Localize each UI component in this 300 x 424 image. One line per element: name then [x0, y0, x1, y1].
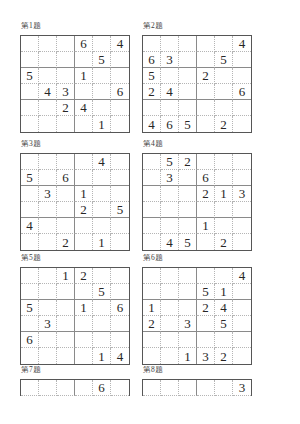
puzzle-5-cell-r6c6: 4 [111, 348, 129, 364]
puzzle-6-cell-r4c3: 3 [179, 316, 197, 332]
puzzle-7-cell-r1c6[interactable] [111, 380, 129, 396]
puzzle-6-cell-r6c6[interactable] [233, 348, 251, 364]
puzzle-6-cell-r2c5: 1 [215, 284, 233, 300]
puzzle-6-cell-r1c5[interactable] [215, 268, 233, 284]
puzzle-3: 第3题 4563125421 [20, 140, 130, 251]
puzzle-1-cell-r2c2[interactable] [39, 52, 57, 68]
puzzle-2-cell-r4c6: 6 [233, 84, 251, 100]
puzzle-4-cell-r2c5[interactable] [215, 170, 233, 186]
puzzle-2-cell-r5c6[interactable] [233, 100, 251, 116]
puzzle-2-cell-r3c5[interactable] [215, 68, 233, 84]
puzzle-5-cell-r2c3[interactable] [57, 284, 75, 300]
puzzle-4-cell-r6c1[interactable] [143, 234, 161, 250]
puzzle-3-cell-r4c4: 2 [75, 202, 93, 218]
puzzle-3-cell-r1c4[interactable] [75, 154, 93, 170]
puzzle-1-cell-r3c5[interactable] [93, 68, 111, 84]
puzzle-5-cell-r2c1[interactable] [21, 284, 39, 300]
puzzle-6-cell-r3c2[interactable] [161, 300, 179, 316]
puzzle-3-cell-r5c2[interactable] [39, 218, 57, 234]
puzzle-2-cell-r5c3[interactable] [179, 100, 197, 116]
puzzle-1-cell-r6c6[interactable] [111, 116, 129, 132]
puzzle-6-cell-r5c3[interactable] [179, 332, 197, 348]
puzzle-2-cell-r1c5[interactable] [215, 36, 233, 52]
puzzle-8-cell-r1c5[interactable] [215, 380, 233, 396]
puzzle-1-cell-r5c4: 4 [75, 100, 93, 116]
puzzle-3-cell-r3c3[interactable] [57, 186, 75, 202]
puzzle-3-cell-r6c3: 2 [57, 234, 75, 250]
puzzle-6-cell-r6c1[interactable] [143, 348, 161, 364]
puzzle-3-cell-r4c6: 5 [111, 202, 129, 218]
puzzle-1-cell-r4c2: 4 [39, 84, 57, 100]
puzzle-4-cell-r6c6[interactable] [233, 234, 251, 250]
puzzle-3-cell-r5c3[interactable] [57, 218, 75, 234]
puzzle-3-cell-r6c4[interactable] [75, 234, 93, 250]
puzzle-5-cell-r4c4[interactable] [75, 316, 93, 332]
puzzle-4-cell-r4c1[interactable] [143, 202, 161, 218]
puzzle-5: 第5题 1255163614 [20, 254, 130, 365]
puzzle-3-cell-r2c2[interactable] [39, 170, 57, 186]
puzzle-5-cell-r2c4[interactable] [75, 284, 93, 300]
puzzle-2-cell-r3c6[interactable] [233, 68, 251, 84]
puzzle-5-cell-r6c2[interactable] [39, 348, 57, 364]
puzzle-5-cell-r6c3[interactable] [57, 348, 75, 364]
puzzle-1-cell-r5c6[interactable] [111, 100, 129, 116]
puzzle-2-cell-r4c5[interactable] [215, 84, 233, 100]
puzzle-1-cell-r4c4[interactable] [75, 84, 93, 100]
puzzle-2-cell-r1c4[interactable] [197, 36, 215, 52]
puzzle-2-cell-r3c4: 2 [197, 68, 215, 84]
puzzle-1-cell-r2c6[interactable] [111, 52, 129, 68]
puzzle-3-cell-r6c1[interactable] [21, 234, 39, 250]
puzzle-2-cell-r4c1: 2 [143, 84, 161, 100]
puzzle-8-cell-r1c6: 3 [233, 380, 251, 396]
puzzle-2-cell-r4c3[interactable] [179, 84, 197, 100]
puzzle-1-cell-r3c4: 1 [75, 68, 93, 84]
puzzle-5-cell-r1c3: 1 [57, 268, 75, 284]
puzzle-5-cell-r1c1[interactable] [21, 268, 39, 284]
puzzle-6-grid: 451124235132 [142, 267, 252, 365]
puzzle-6-cell-r6c5: 2 [215, 348, 233, 364]
puzzle-4-cell-r1c6[interactable] [233, 154, 251, 170]
puzzle-5-cell-r5c2[interactable] [39, 332, 57, 348]
puzzle-1-cell-r1c5[interactable] [93, 36, 111, 52]
puzzle-3-cell-r4c1[interactable] [21, 202, 39, 218]
puzzle-6-cell-r4c2[interactable] [161, 316, 179, 332]
puzzle-2-cell-r2c3[interactable] [179, 52, 197, 68]
puzzle-4-cell-r1c1[interactable] [143, 154, 161, 170]
puzzle-2-cell-r5c1[interactable] [143, 100, 161, 116]
puzzle-3-cell-r4c3[interactable] [57, 202, 75, 218]
puzzle-8-title: 第8题 [143, 366, 252, 374]
puzzle-3-cell-r5c6[interactable] [111, 218, 129, 234]
puzzle-2-cell-r1c2[interactable] [161, 36, 179, 52]
puzzle-3-cell-r4c2[interactable] [39, 202, 57, 218]
puzzle-4-cell-r3c1[interactable] [143, 186, 161, 202]
puzzle-5-cell-r5c6[interactable] [111, 332, 129, 348]
puzzle-6-cell-r6c3: 1 [179, 348, 197, 364]
puzzle-3-grid: 4563125421 [20, 153, 130, 251]
puzzle-5-cell-r1c5[interactable] [93, 268, 111, 284]
puzzle-5-cell-r5c4[interactable] [75, 332, 93, 348]
puzzle-1-cell-r2c4[interactable] [75, 52, 93, 68]
puzzle-3-cell-r3c4: 1 [75, 186, 93, 202]
puzzle-3-cell-r2c5[interactable] [93, 170, 111, 186]
worksheet-page: 第1题 64551436241 第2题 4635522464652 第3题 45… [0, 0, 300, 424]
puzzle-2-cell-r6c1: 4 [143, 116, 161, 132]
puzzle-4-cell-r6c2: 4 [161, 234, 179, 250]
puzzle-4-cell-r2c2: 3 [161, 170, 179, 186]
puzzle-4-cell-r3c3[interactable] [179, 186, 197, 202]
puzzle-4-cell-r1c2: 5 [161, 154, 179, 170]
puzzle-7-cell-r1c1[interactable] [21, 380, 39, 396]
puzzle-7: 第7题 6 [20, 366, 130, 396]
puzzle-4-cell-r5c4: 1 [197, 218, 215, 234]
puzzle-2-cell-r6c6[interactable] [233, 116, 251, 132]
puzzle-6-cell-r4c5: 5 [215, 316, 233, 332]
puzzle-2-cell-r2c5: 5 [215, 52, 233, 68]
puzzle-2-cell-r2c1: 6 [143, 52, 161, 68]
puzzle-2-title: 第2题 [143, 22, 252, 30]
puzzle-4-cell-r6c3: 5 [179, 234, 197, 250]
puzzle-6-cell-r5c2[interactable] [161, 332, 179, 348]
puzzle-2-cell-r4c4[interactable] [197, 84, 215, 100]
puzzle-1-cell-r5c2[interactable] [39, 100, 57, 116]
puzzle-2-cell-r2c2: 3 [161, 52, 179, 68]
puzzle-2-cell-r1c6: 4 [233, 36, 251, 52]
puzzle-5-cell-r2c6[interactable] [111, 284, 129, 300]
puzzle-1-cell-r1c6: 4 [111, 36, 129, 52]
puzzle-4-cell-r4c5[interactable] [215, 202, 233, 218]
puzzle-4-cell-r1c5[interactable] [215, 154, 233, 170]
puzzle-2-cell-r5c5[interactable] [215, 100, 233, 116]
puzzle-6: 第6题 451124235132 [142, 254, 252, 365]
puzzle-1-cell-r4c1[interactable] [21, 84, 39, 100]
puzzle-8-cell-r1c2[interactable] [161, 380, 179, 396]
puzzle-4-cell-r5c1[interactable] [143, 218, 161, 234]
puzzle-2-cell-r6c3: 5 [179, 116, 197, 132]
puzzle-4-cell-r5c2[interactable] [161, 218, 179, 234]
puzzle-6-cell-r2c6[interactable] [233, 284, 251, 300]
puzzle-6-cell-r1c3[interactable] [179, 268, 197, 284]
puzzle-8: 第8题 3 [142, 366, 252, 396]
puzzle-2-cell-r6c4[interactable] [197, 116, 215, 132]
puzzle-1-cell-r6c3[interactable] [57, 116, 75, 132]
puzzle-8-cell-r1c1[interactable] [143, 380, 161, 396]
puzzle-5-cell-r4c3[interactable] [57, 316, 75, 332]
puzzle-4-cell-r6c4[interactable] [197, 234, 215, 250]
puzzle-7-title: 第7题 [21, 366, 130, 374]
puzzle-1-cell-r3c3[interactable] [57, 68, 75, 84]
puzzle-6-cell-r2c4: 5 [197, 284, 215, 300]
puzzle-4-cell-r2c6[interactable] [233, 170, 251, 186]
puzzle-2: 第2题 4635522464652 [142, 22, 252, 133]
puzzle-1-cell-r5c1[interactable] [21, 100, 39, 116]
puzzle-1-cell-r4c5[interactable] [93, 84, 111, 100]
puzzle-3-cell-r2c6[interactable] [111, 170, 129, 186]
puzzle-6-cell-r6c4: 3 [197, 348, 215, 364]
puzzle-6-title: 第6题 [143, 254, 252, 262]
puzzle-2-cell-r3c2[interactable] [161, 68, 179, 84]
puzzle-1-cell-r6c5: 1 [93, 116, 111, 132]
puzzle-2-cell-r1c1[interactable] [143, 36, 161, 52]
puzzle-7-cell-r1c2[interactable] [39, 380, 57, 396]
puzzle-3-cell-r2c3: 6 [57, 170, 75, 186]
puzzle-1-title: 第1题 [21, 22, 130, 30]
puzzle-4-cell-r4c6[interactable] [233, 202, 251, 218]
puzzle-6-cell-r4c1: 2 [143, 316, 161, 332]
puzzle-6-cell-r3c1: 1 [143, 300, 161, 316]
puzzle-3-cell-r1c1[interactable] [21, 154, 39, 170]
puzzle-5-cell-r3c6: 6 [111, 300, 129, 316]
puzzle-4-cell-r5c3[interactable] [179, 218, 197, 234]
puzzle-3-cell-r3c6[interactable] [111, 186, 129, 202]
puzzle-6-cell-r5c1[interactable] [143, 332, 161, 348]
puzzle-3-cell-r3c1[interactable] [21, 186, 39, 202]
puzzle-5-title: 第5题 [21, 254, 130, 262]
puzzle-1-cell-r4c3: 3 [57, 84, 75, 100]
puzzle-4-cell-r4c2[interactable] [161, 202, 179, 218]
puzzle-4: 第4题 52362131452 [142, 140, 252, 251]
puzzle-2-cell-r3c3[interactable] [179, 68, 197, 84]
puzzle-6-cell-r4c4[interactable] [197, 316, 215, 332]
puzzle-6-cell-r2c2[interactable] [161, 284, 179, 300]
puzzle-4-title: 第4题 [143, 140, 252, 148]
puzzle-3-cell-r2c4[interactable] [75, 170, 93, 186]
puzzle-4-cell-r4c4[interactable] [197, 202, 215, 218]
puzzle-6-cell-r5c4[interactable] [197, 332, 215, 348]
puzzle-6-cell-r1c6: 4 [233, 268, 251, 284]
puzzle-4-cell-r2c1[interactable] [143, 170, 161, 186]
puzzle-1-cell-r2c5: 5 [93, 52, 111, 68]
puzzle-3-cell-r1c3[interactable] [57, 154, 75, 170]
puzzle-6-cell-r2c3[interactable] [179, 284, 197, 300]
puzzle-6-cell-r3c5: 4 [215, 300, 233, 316]
puzzle-4-cell-r5c6[interactable] [233, 218, 251, 234]
puzzle-6-cell-r1c4[interactable] [197, 268, 215, 284]
puzzle-5-cell-r2c2[interactable] [39, 284, 57, 300]
puzzle-3-cell-r1c6[interactable] [111, 154, 129, 170]
puzzle-4-cell-r5c5[interactable] [215, 218, 233, 234]
puzzle-1-grid: 64551436241 [20, 35, 130, 133]
puzzle-1-cell-r2c1[interactable] [21, 52, 39, 68]
puzzle-7-cell-r1c5: 6 [93, 380, 111, 396]
puzzle-1-cell-r6c4[interactable] [75, 116, 93, 132]
puzzle-1-cell-r1c2[interactable] [39, 36, 57, 52]
puzzle-4-cell-r4c3[interactable] [179, 202, 197, 218]
puzzle-7-cell-r1c3[interactable] [57, 380, 75, 396]
puzzle-1-cell-r5c5[interactable] [93, 100, 111, 116]
puzzle-4-cell-r1c4[interactable] [197, 154, 215, 170]
puzzle-6-cell-r1c2[interactable] [161, 268, 179, 284]
puzzle-8-cell-r1c4[interactable] [197, 380, 215, 396]
puzzle-1-cell-r1c3[interactable] [57, 36, 75, 52]
puzzle-5-cell-r1c2[interactable] [39, 268, 57, 284]
puzzle-5-cell-r5c3[interactable] [57, 332, 75, 348]
puzzle-4-cell-r3c2[interactable] [161, 186, 179, 202]
puzzle-2-cell-r6c5: 2 [215, 116, 233, 132]
puzzle-2-cell-r2c6[interactable] [233, 52, 251, 68]
puzzle-8-grid: 3 [142, 379, 252, 396]
puzzle-3-cell-r3c2: 3 [39, 186, 57, 202]
puzzle-6-cell-r3c6[interactable] [233, 300, 251, 316]
puzzle-3-cell-r5c1: 4 [21, 218, 39, 234]
puzzle-2-cell-r3c1: 5 [143, 68, 161, 84]
puzzle-6-cell-r4c6[interactable] [233, 316, 251, 332]
puzzle-5-cell-r4c2: 3 [39, 316, 57, 332]
puzzle-5-cell-r2c5: 5 [93, 284, 111, 300]
puzzle-5-cell-r1c6[interactable] [111, 268, 129, 284]
puzzle-5-cell-r6c5: 1 [93, 348, 111, 364]
puzzle-2-cell-r5c2[interactable] [161, 100, 179, 116]
puzzle-5-cell-r5c1: 6 [21, 332, 39, 348]
puzzle-5-cell-r3c4: 1 [75, 300, 93, 316]
puzzle-6-cell-r5c5[interactable] [215, 332, 233, 348]
puzzle-4-cell-r2c4: 6 [197, 170, 215, 186]
puzzle-4-cell-r6c5: 2 [215, 234, 233, 250]
puzzle-6-cell-r3c4: 2 [197, 300, 215, 316]
puzzle-4-cell-r1c3: 2 [179, 154, 197, 170]
puzzle-1-cell-r5c3: 2 [57, 100, 75, 116]
puzzle-3-cell-r6c2[interactable] [39, 234, 57, 250]
puzzle-6-cell-r6c2[interactable] [161, 348, 179, 364]
puzzle-3-cell-r2c1: 5 [21, 170, 39, 186]
puzzle-3-cell-r4c5[interactable] [93, 202, 111, 218]
puzzle-1-cell-r6c2[interactable] [39, 116, 57, 132]
puzzle-5-cell-r6c4[interactable] [75, 348, 93, 364]
puzzle-3-cell-r1c2[interactable] [39, 154, 57, 170]
puzzle-1-cell-r4c6: 6 [111, 84, 129, 100]
puzzle-1-cell-r2c3[interactable] [57, 52, 75, 68]
puzzle-1-cell-r3c1: 5 [21, 68, 39, 84]
puzzle-3-cell-r6c6[interactable] [111, 234, 129, 250]
puzzle-2-cell-r5c4[interactable] [197, 100, 215, 116]
puzzle-3-cell-r5c5[interactable] [93, 218, 111, 234]
puzzle-5-cell-r4c5[interactable] [93, 316, 111, 332]
puzzle-1-cell-r3c2[interactable] [39, 68, 57, 84]
puzzle-5-cell-r3c2[interactable] [39, 300, 57, 316]
puzzle-5-cell-r3c1: 5 [21, 300, 39, 316]
puzzle-4-cell-r3c5: 1 [215, 186, 233, 202]
puzzle-4-cell-r2c3[interactable] [179, 170, 197, 186]
puzzle-3-cell-r3c5[interactable] [93, 186, 111, 202]
puzzle-5-cell-r5c5[interactable] [93, 332, 111, 348]
puzzle-1-cell-r6c1[interactable] [21, 116, 39, 132]
puzzle-2-cell-r2c4[interactable] [197, 52, 215, 68]
puzzle-1-cell-r3c6[interactable] [111, 68, 129, 84]
puzzle-3-title: 第3题 [21, 140, 130, 148]
puzzle-1-cell-r1c1[interactable] [21, 36, 39, 52]
puzzle-6-cell-r2c1[interactable] [143, 284, 161, 300]
puzzle-6-cell-r5c6[interactable] [233, 332, 251, 348]
puzzle-6-cell-r1c1[interactable] [143, 268, 161, 284]
puzzle-2-grid: 4635522464652 [142, 35, 252, 133]
puzzle-5-grid: 1255163614 [20, 267, 130, 365]
puzzle-5-cell-r4c1[interactable] [21, 316, 39, 332]
puzzle-8-cell-r1c3[interactable] [179, 380, 197, 396]
puzzle-6-cell-r3c3[interactable] [179, 300, 197, 316]
puzzle-2-cell-r1c3[interactable] [179, 36, 197, 52]
puzzle-1: 第1题 64551436241 [20, 22, 130, 133]
puzzle-3-cell-r5c4[interactable] [75, 218, 93, 234]
puzzle-1-cell-r1c4: 6 [75, 36, 93, 52]
puzzle-2-cell-r6c2: 6 [161, 116, 179, 132]
puzzle-5-cell-r4c6[interactable] [111, 316, 129, 332]
puzzle-4-grid: 52362131452 [142, 153, 252, 251]
puzzle-5-cell-r3c3[interactable] [57, 300, 75, 316]
puzzle-7-cell-r1c4[interactable] [75, 380, 93, 396]
puzzle-2-cell-r4c2: 4 [161, 84, 179, 100]
puzzle-5-cell-r6c1[interactable] [21, 348, 39, 364]
puzzle-3-cell-r6c5: 1 [93, 234, 111, 250]
puzzle-7-grid: 6 [20, 379, 130, 396]
puzzle-4-cell-r3c6: 3 [233, 186, 251, 202]
puzzle-3-cell-r1c5: 4 [93, 154, 111, 170]
puzzle-5-cell-r1c4: 2 [75, 268, 93, 284]
puzzle-5-cell-r3c5[interactable] [93, 300, 111, 316]
puzzle-4-cell-r3c4: 2 [197, 186, 215, 202]
